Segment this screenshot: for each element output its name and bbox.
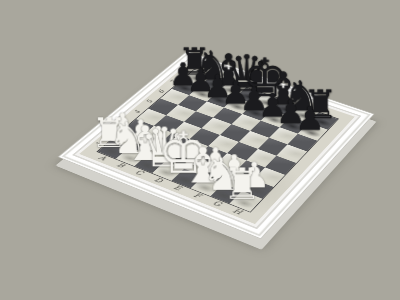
black-pawn-h7[interactable]: ♟ [280,102,340,135]
scene: ♜♞♝♛♚♝♞♜♟♟♟♟♟♟♟♟♟♟♟♟♟♟♟♟♜♞♝♛♚♝♞♜ ABCDEFG… [0,0,400,300]
white-rook-h1[interactable]: ♜ [210,162,275,205]
chess-board-3d: ♜♞♝♛♚♝♞♜♟♟♟♟♟♟♟♟♟♟♟♟♟♟♟♟♜♞♝♛♚♝♞♜ ABCDEFG… [58,51,375,239]
